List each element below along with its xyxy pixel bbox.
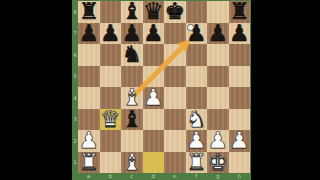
square-d1[interactable] [143,152,165,174]
white-rook[interactable]: ♜ [78,152,99,174]
file-label-h: h [229,173,251,180]
square-b1[interactable] [100,152,122,174]
square-h6[interactable] [229,44,251,66]
black-pawn[interactable]: ♟ [207,23,228,45]
file-label-e: e [164,173,186,180]
square-f7[interactable]: ♟ [186,23,208,45]
square-h1[interactable] [229,152,251,174]
square-a7[interactable]: ♟ [78,23,100,45]
square-d4[interactable]: ♟ [143,87,165,109]
square-a1[interactable]: ♜ [78,152,100,174]
square-e2[interactable] [164,130,186,152]
square-a4[interactable] [78,87,100,109]
square-h7[interactable]: ♟ [229,23,251,45]
square-b2[interactable] [100,130,122,152]
square-h2[interactable]: ♟ [229,130,251,152]
square-a5[interactable] [78,66,100,88]
square-f1[interactable]: ♜ [186,152,208,174]
square-f6[interactable] [186,44,208,66]
square-g7[interactable]: ♟ [207,23,229,45]
square-d6[interactable] [143,44,165,66]
square-h4[interactable] [229,87,251,109]
black-king[interactable]: ♚ [164,1,185,23]
square-d3[interactable] [143,109,165,131]
white-king[interactable]: ♚ [207,152,228,174]
square-e6[interactable] [164,44,186,66]
square-g5[interactable] [207,66,229,88]
square-h5[interactable] [229,66,251,88]
square-d2[interactable] [143,130,165,152]
file-label-d: d [143,173,165,180]
white-pawn[interactable]: ♟ [229,130,250,152]
square-c6[interactable]: ♞ [121,44,143,66]
white-bishop[interactable]: ♝ [121,152,142,174]
square-e4[interactable] [164,87,186,109]
letterbox-right [251,0,320,180]
black-knight[interactable]: ♞ [121,44,142,66]
black-pawn[interactable]: ♟ [229,23,250,45]
square-g4[interactable] [207,87,229,109]
square-e7[interactable] [164,23,186,45]
square-c3[interactable]: ♝ [121,109,143,131]
square-b7[interactable]: ♟ [100,23,122,45]
square-b3[interactable]: ♛ [100,109,122,131]
square-g1[interactable]: ♚ [207,152,229,174]
square-c1[interactable]: ♝ [121,152,143,174]
square-e1[interactable] [164,152,186,174]
square-b6[interactable] [100,44,122,66]
white-rook[interactable]: ♜ [186,152,207,174]
file-label-b: b [100,173,122,180]
letterbox-left [0,0,72,180]
square-a6[interactable] [78,44,100,66]
video-frame: 87654321 ♜♝♛♚♜♟♟♟♟♟♟♟♞♝♟♛♝♞♟♟♟♟♜♝♜♚ abcd… [0,0,320,180]
chess-board[interactable]: ♜♝♛♚♜♟♟♟♟♟♟♟♞♝♟♛♝♞♟♟♟♟♜♝♜♚ [78,1,250,173]
black-pawn[interactable]: ♟ [100,23,121,45]
black-pawn[interactable]: ♟ [186,23,207,45]
square-e5[interactable] [164,66,186,88]
black-pawn[interactable]: ♟ [143,23,164,45]
square-g6[interactable] [207,44,229,66]
black-bishop[interactable]: ♝ [121,109,142,131]
square-e3[interactable] [164,109,186,131]
square-f5[interactable] [186,66,208,88]
square-d7[interactable]: ♟ [143,23,165,45]
black-pawn[interactable]: ♟ [78,23,99,45]
square-e8[interactable]: ♚ [164,1,186,23]
board-frame: 87654321 ♜♝♛♚♜♟♟♟♟♟♟♟♞♝♟♛♝♞♟♟♟♟♜♝♜♚ abcd… [72,0,251,180]
white-pawn[interactable]: ♟ [143,87,164,109]
square-b5[interactable] [100,66,122,88]
white-queen[interactable]: ♛ [100,109,121,131]
